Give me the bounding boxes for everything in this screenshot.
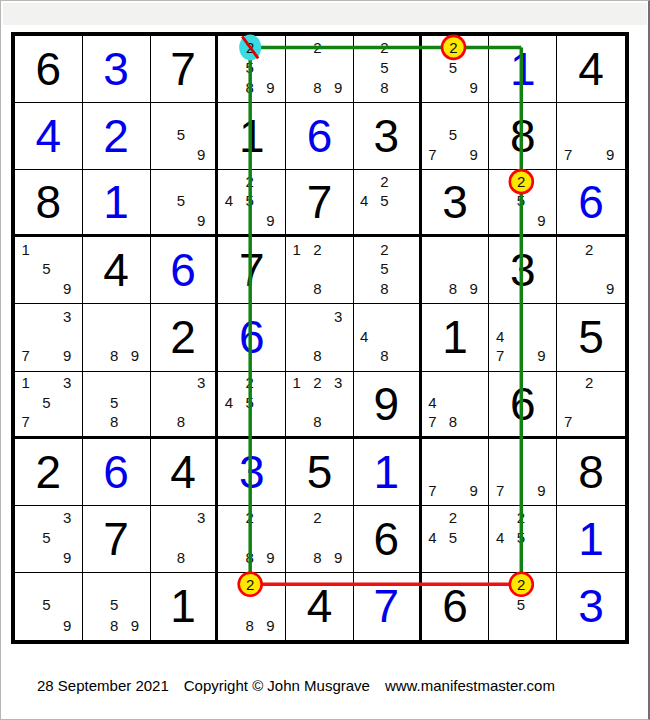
candidate-2: 2 [517,577,525,592]
cell-r7c6[interactable]: 1 [354,439,422,506]
cell-r9c6[interactable]: 7 [354,573,422,640]
cell-value: 3 [239,449,265,495]
cell-r1c7[interactable]: 259 [422,36,490,103]
candidate-5: 5 [246,60,254,75]
cell-value: 4 [103,247,129,293]
cell-r1c1[interactable]: 6 [15,36,83,103]
cell-r7c4[interactable]: 3 [218,439,286,506]
cell-value: 9 [373,381,399,427]
candidate-5: 5 [380,261,388,276]
cell-value: 1 [578,516,604,562]
cell-r7c7[interactable]: 79 [422,439,490,506]
cell-value: 1 [170,583,196,629]
cell-r3c5[interactable]: 7 [286,170,354,237]
candidate-8: 8 [177,413,185,428]
candidate-8: 8 [449,281,457,296]
cell-value: 8 [578,449,604,495]
candidate-9: 9 [63,617,71,632]
candidate-9: 9 [470,281,478,296]
candidate-3: 3 [63,375,71,390]
candidate-5: 5 [449,127,457,142]
candidate-9: 9 [606,147,614,162]
cell-value: 3 [510,247,536,293]
cell-value: 6 [36,46,62,92]
cell-value: 3 [103,46,129,92]
cell-r2c8[interactable]: 8 [489,103,557,170]
cell-r4c5[interactable]: 128 [286,237,354,304]
cell-value: 5 [307,449,333,495]
cell-r2c4[interactable]: 1 [218,103,286,170]
candidate-5: 5 [380,193,388,208]
cell-r6c5[interactable]: 1238 [286,372,354,439]
candidate-4: 4 [428,529,436,544]
candidate-8: 8 [380,79,388,94]
candidate-5: 5 [246,193,254,208]
cell-value: 7 [170,46,196,92]
candidate-3: 3 [334,308,342,323]
cell-r4c3[interactable]: 6 [151,237,219,304]
candidate-7: 7 [22,348,30,363]
cell-r6c4[interactable]: 245 [218,372,286,439]
candidate-2: 2 [246,40,254,55]
candidate-4: 4 [225,394,233,409]
cell-r6c3[interactable]: 38 [151,372,219,439]
candidate-2: 2 [313,375,321,390]
candidate-8: 8 [110,348,118,363]
cell-r8c2[interactable]: 7 [83,506,151,573]
cell-r4c1[interactable]: 159 [15,237,83,304]
candidate-1: 1 [293,241,301,256]
cell-r9c4[interactable]: 289 [218,573,286,640]
cell-r3c8[interactable]: 259 [489,170,557,237]
candidate-9: 9 [266,617,274,632]
candidate-2: 2 [313,241,321,256]
candidate-9: 9 [197,147,205,162]
candidate-7: 7 [496,482,504,497]
candidate-2: 2 [517,510,525,525]
candidate-2: 2 [313,40,321,55]
candidate-8: 8 [380,348,388,363]
cell-value: 6 [442,583,468,629]
cell-r5c1[interactable]: 379 [15,304,83,371]
candidate-5: 5 [449,529,457,544]
candidate-5: 5 [42,261,50,276]
candidate-1: 1 [22,241,30,256]
cell-r8c3[interactable]: 38 [151,506,219,573]
candidate-8: 8 [246,617,254,632]
cell-r9c9[interactable]: 3 [557,573,625,640]
candidate-9: 9 [131,617,139,632]
cell-value: 2 [103,113,129,159]
cell-r7c9[interactable]: 8 [557,439,625,506]
candidate-7: 7 [496,348,504,363]
candidate-4: 4 [360,328,368,343]
candidate-8: 8 [313,281,321,296]
cell-r5c8[interactable]: 479 [489,304,557,371]
cell-value: 6 [170,247,196,293]
cell-r3c9[interactable]: 6 [557,170,625,237]
cell-r9c3[interactable]: 1 [151,573,219,640]
cell-value: 2 [36,449,62,495]
candidate-7: 7 [428,482,436,497]
cell-r8c8[interactable]: 245 [489,506,557,573]
cell-r9c2[interactable]: 589 [83,573,151,640]
cell-r4c7[interactable]: 89 [422,237,490,304]
candidate-9: 9 [63,549,71,564]
cell-value: 7 [239,247,265,293]
footer-copyright: Copyright © John Musgrave [184,677,370,694]
candidate-4: 4 [360,193,368,208]
cell-r1c8[interactable]: 1 [489,36,557,103]
cell-r3c7[interactable]: 3 [422,170,490,237]
candidate-8: 8 [110,617,118,632]
cell-r2c5[interactable]: 6 [286,103,354,170]
candidate-5: 5 [42,529,50,544]
candidate-7: 7 [22,413,30,428]
candidate-2: 2 [246,375,254,390]
cell-r2c1[interactable]: 4 [15,103,83,170]
candidate-7: 7 [428,147,436,162]
cell-r5c4[interactable]: 6 [218,304,286,371]
candidate-2: 2 [449,40,457,55]
cell-r3c4[interactable]: 2459 [218,170,286,237]
candidate-9: 9 [470,482,478,497]
candidate-7: 7 [564,147,572,162]
candidate-2: 2 [246,510,254,525]
candidate-9: 9 [334,549,342,564]
cell-value: 3 [578,583,604,629]
cell-r2c7[interactable]: 579 [422,103,490,170]
cell-value: 3 [442,179,468,225]
cell-value: 8 [36,179,62,225]
cell-r8c6[interactable]: 6 [354,506,422,573]
cell-value: 4 [578,46,604,92]
cell-r4c6[interactable]: 258 [354,237,422,304]
sudoku-board: 6372589289258259144259163579879815924597… [11,32,629,644]
candidate-5: 5 [246,394,254,409]
cell-value: 6 [373,516,399,562]
cell-r8c1[interactable]: 359 [15,506,83,573]
cell-value: 5 [578,314,604,360]
candidate-8: 8 [449,413,457,428]
cell-r9c7[interactable]: 6 [422,573,490,640]
cell-value: 4 [170,449,196,495]
candidate-9: 9 [606,281,614,296]
candidate-2: 2 [246,577,254,592]
candidate-4: 4 [225,193,233,208]
cell-r6c7[interactable]: 478 [422,372,490,439]
cell-r7c8[interactable]: 79 [489,439,557,506]
candidate-5: 5 [42,597,50,612]
candidate-8: 8 [110,413,118,428]
cell-r7c3[interactable]: 4 [151,439,219,506]
candidate-2: 2 [585,375,593,390]
cell-r3c3[interactable]: 59 [151,170,219,237]
footer: 28 September 2021 Copyright © John Musgr… [37,677,555,694]
cell-r5c2[interactable]: 89 [83,304,151,371]
page: 6372589289258259144259163579879815924597… [0,0,650,720]
cell-r2c9[interactable]: 79 [557,103,625,170]
candidate-2: 2 [380,40,388,55]
footer-date: 28 September 2021 [37,677,169,694]
cell-r1c2[interactable]: 3 [83,36,151,103]
cell-r4c9[interactable]: 29 [557,237,625,304]
cell-r3c2[interactable]: 1 [83,170,151,237]
cell-r8c9[interactable]: 1 [557,506,625,573]
footer-website[interactable]: www.manifestmaster.com [385,677,555,694]
cell-value: 1 [103,179,129,225]
candidate-3: 3 [334,375,342,390]
candidate-5: 5 [110,597,118,612]
cell-value: 4 [36,113,62,159]
candidate-5: 5 [110,394,118,409]
cell-r7c5[interactable]: 5 [286,439,354,506]
cell-r9c1[interactable]: 59 [15,573,83,640]
cell-r8c5[interactable]: 289 [286,506,354,573]
cell-r2c3[interactable]: 59 [151,103,219,170]
candidate-9: 9 [537,482,545,497]
cell-r1c5[interactable]: 289 [286,36,354,103]
candidate-5: 5 [42,394,50,409]
cell-r6c2[interactable]: 58 [83,372,151,439]
cell-r7c2[interactable]: 6 [83,439,151,506]
candidate-8: 8 [177,549,185,564]
top-band [3,3,647,25]
candidate-2: 2 [585,241,593,256]
cell-value: 3 [373,113,399,159]
cell-value: 7 [307,179,333,225]
cell-r8c7[interactable]: 245 [422,506,490,573]
candidate-2: 2 [517,174,525,189]
candidate-9: 9 [537,348,545,363]
cell-r6c8[interactable]: 6 [489,372,557,439]
candidate-5: 5 [449,60,457,75]
candidate-8: 8 [313,79,321,94]
sudoku-grid: 6372589289258259144259163579879815924597… [15,36,625,640]
cell-r5c7[interactable]: 1 [422,304,490,371]
cell-r1c4[interactable]: 2589 [218,36,286,103]
cell-value: 1 [373,449,399,495]
candidate-3: 3 [197,510,205,525]
cell-r8c4[interactable]: 289 [218,506,286,573]
cell-r2c2[interactable]: 2 [83,103,151,170]
cell-value: 6 [103,449,129,495]
candidate-4: 4 [496,328,504,343]
cell-r3c6[interactable]: 245 [354,170,422,237]
candidate-9: 9 [197,212,205,227]
candidate-9: 9 [131,348,139,363]
candidate-2: 2 [380,174,388,189]
cell-r7c1[interactable]: 2 [15,439,83,506]
candidate-2: 2 [449,510,457,525]
cell-value: 1 [442,314,468,360]
candidate-9: 9 [266,79,274,94]
candidate-5: 5 [177,127,185,142]
cell-r4c8[interactable]: 3 [489,237,557,304]
candidate-1: 1 [22,375,30,390]
candidate-4: 4 [428,394,436,409]
cell-value: 6 [578,179,604,225]
candidate-2: 2 [380,241,388,256]
cell-r9c5[interactable]: 4 [286,573,354,640]
candidate-9: 9 [63,348,71,363]
candidate-8: 8 [313,549,321,564]
cell-value: 6 [239,314,265,360]
candidate-8: 8 [246,79,254,94]
cell-value: 4 [307,583,333,629]
cell-value: 8 [510,113,536,159]
candidate-3: 3 [63,510,71,525]
cell-r3c1[interactable]: 8 [15,170,83,237]
cell-r5c9[interactable]: 5 [557,304,625,371]
candidate-5: 5 [517,193,525,208]
candidate-2: 2 [313,510,321,525]
candidate-4: 4 [496,529,504,544]
candidate-9: 9 [470,147,478,162]
cell-r5c5[interactable]: 38 [286,304,354,371]
cell-r1c9[interactable]: 4 [557,36,625,103]
cell-r6c6[interactable]: 9 [354,372,422,439]
candidate-5: 5 [517,597,525,612]
candidate-9: 9 [537,212,545,227]
cell-r5c6[interactable]: 48 [354,304,422,371]
cell-value: 1 [239,113,265,159]
candidate-1: 1 [293,375,301,390]
cell-value: 7 [103,516,129,562]
cell-r4c4[interactable]: 7 [218,237,286,304]
cell-value: 2 [170,314,196,360]
cell-value: 7 [373,583,399,629]
cell-r1c3[interactable]: 7 [151,36,219,103]
candidate-7: 7 [564,413,572,428]
candidate-8: 8 [313,348,321,363]
cell-r1c6[interactable]: 258 [354,36,422,103]
candidate-8: 8 [380,281,388,296]
cell-value: 1 [510,46,536,92]
candidate-8: 8 [246,549,254,564]
candidate-8: 8 [313,413,321,428]
candidate-7: 7 [428,413,436,428]
cell-value: 6 [510,381,536,427]
cell-r6c1[interactable]: 1357 [15,372,83,439]
cell-r4c2[interactable]: 4 [83,237,151,304]
candidate-9: 9 [470,79,478,94]
candidate-5: 5 [380,60,388,75]
candidate-9: 9 [266,549,274,564]
candidate-9: 9 [266,212,274,227]
candidate-3: 3 [63,308,71,323]
cell-r5c3[interactable]: 2 [151,304,219,371]
cell-r6c9[interactable]: 27 [557,372,625,439]
candidate-5: 5 [177,193,185,208]
cell-r9c8[interactable]: 25 [489,573,557,640]
candidate-3: 3 [197,375,205,390]
cell-value: 6 [307,113,333,159]
candidate-2: 2 [246,174,254,189]
candidate-9: 9 [334,79,342,94]
candidate-9: 9 [63,281,71,296]
cell-r2c6[interactable]: 3 [354,103,422,170]
candidate-5: 5 [517,529,525,544]
